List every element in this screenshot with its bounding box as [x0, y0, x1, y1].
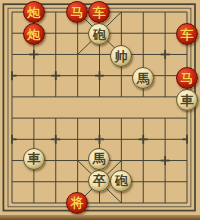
piece-ivory-horse[interactable]: 馬 [132, 67, 154, 89]
piece-red-general[interactable]: 将 [66, 192, 88, 214]
piece-glyph: 车 [93, 6, 106, 19]
piece-red-horse[interactable]: 马 [176, 67, 198, 89]
piece-glyph: 马 [180, 72, 193, 85]
piece-ivory-horse[interactable]: 馬 [88, 148, 110, 170]
piece-glyph: 砲 [115, 174, 128, 187]
piece-red-chariot[interactable]: 车 [176, 23, 198, 45]
piece-red-cannon[interactable]: 炮 [23, 23, 45, 45]
piece-glyph: 将 [71, 196, 84, 209]
piece-red-horse[interactable]: 马 [66, 1, 88, 23]
piece-glyph: 帅 [115, 50, 128, 63]
piece-red-cannon[interactable]: 炮 [23, 1, 45, 23]
piece-glyph: 马 [71, 6, 84, 19]
piece-glyph: 车 [180, 28, 193, 41]
xiangqi-board: 炮马车炮砲车帅馬马車車馬卒砲将 [0, 0, 200, 220]
piece-ivory-chariot[interactable]: 車 [23, 148, 45, 170]
piece-glyph: 馬 [93, 152, 106, 165]
piece-ivory-cannon[interactable]: 砲 [88, 23, 110, 45]
piece-glyph: 車 [180, 94, 193, 107]
piece-glyph: 車 [27, 152, 40, 165]
piece-glyph: 砲 [93, 28, 106, 41]
piece-glyph: 炮 [27, 6, 40, 19]
board-grid[interactable]: 炮马车炮砲车帅馬马車車馬卒砲将 [1, 1, 198, 213]
piece-ivory-soldier[interactable]: 卒 [88, 170, 110, 192]
board-bottom-edge [0, 215, 200, 220]
piece-ivory-cannon[interactable]: 砲 [110, 170, 132, 192]
piece-glyph: 卒 [93, 174, 106, 187]
piece-glyph: 炮 [27, 28, 40, 41]
piece-glyph: 馬 [137, 72, 150, 85]
piece-ivory-general[interactable]: 帅 [110, 45, 132, 67]
piece-red-chariot[interactable]: 车 [88, 1, 110, 23]
piece-ivory-chariot[interactable]: 車 [176, 89, 198, 111]
